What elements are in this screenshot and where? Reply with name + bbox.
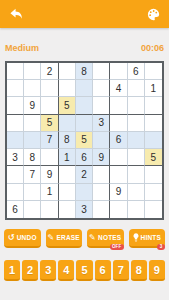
numpad-7-button[interactable]: 7: [113, 260, 129, 281]
top-bar: [0, 0, 169, 28]
timer: 00:06: [141, 43, 164, 53]
cell-r7c8[interactable]: [128, 166, 145, 183]
cell-r4c3[interactable]: 5: [41, 115, 58, 132]
cell-r6c1[interactable]: 3: [7, 149, 24, 166]
cell-r5c3[interactable]: 7: [41, 132, 58, 149]
undo-button[interactable]: ↺UNDO: [4, 229, 41, 248]
cell-r8c5[interactable]: [76, 184, 93, 201]
cell-r2c3[interactable]: [41, 80, 58, 97]
cell-r2c4[interactable]: [59, 80, 76, 97]
cell-r4c7[interactable]: [110, 115, 127, 132]
cell-r1c1[interactable]: [7, 63, 24, 80]
undo-icon: ↺: [8, 234, 15, 242]
numpad-2-button[interactable]: 2: [22, 260, 38, 281]
cell-r5c6[interactable]: [93, 132, 110, 149]
cell-r7c2[interactable]: 7: [24, 166, 41, 183]
cell-r7c5[interactable]: 2: [76, 166, 93, 183]
theme-palette-button[interactable]: [147, 8, 160, 21]
cell-r1c3[interactable]: 2: [41, 63, 58, 80]
number-pad: 123456789: [4, 260, 165, 281]
cell-r4c9[interactable]: [145, 115, 162, 132]
cell-r4c6[interactable]: 3: [93, 115, 110, 132]
cell-r5c7[interactable]: 6: [110, 132, 127, 149]
cell-r3c6[interactable]: [93, 97, 110, 114]
hints-badge: 3: [157, 244, 165, 250]
difficulty-label: Medium: [5, 43, 39, 53]
cell-r6c6[interactable]: 9: [93, 149, 110, 166]
numpad-6-button[interactable]: 6: [95, 260, 111, 281]
back-arrow-icon: [9, 8, 23, 20]
cell-r3c7[interactable]: [110, 97, 127, 114]
cell-r8c2[interactable]: [24, 184, 41, 201]
numpad-8-button[interactable]: 8: [131, 260, 147, 281]
cell-r8c9[interactable]: [145, 184, 162, 201]
cell-r8c3[interactable]: 1: [41, 184, 58, 201]
cell-r7c3[interactable]: 9: [41, 166, 58, 183]
cell-r6c2[interactable]: 8: [24, 149, 41, 166]
cell-r6c8[interactable]: [128, 149, 145, 166]
sudoku-app-screen: Medium 00:06 28641955378563816957921963 …: [0, 0, 169, 300]
cell-r4c2[interactable]: [24, 115, 41, 132]
cell-r2c1[interactable]: [7, 80, 24, 97]
cell-r9c3[interactable]: [41, 201, 58, 218]
cell-r2c5[interactable]: [76, 80, 93, 97]
cell-r8c6[interactable]: [93, 184, 110, 201]
cell-r2c6[interactable]: [93, 80, 110, 97]
cell-r7c1[interactable]: [7, 166, 24, 183]
action-label: UNDO: [17, 234, 37, 241]
cell-r1c2[interactable]: [24, 63, 41, 80]
status-row: Medium 00:06: [5, 41, 164, 54]
numpad-3-button[interactable]: 3: [40, 260, 56, 281]
cell-r8c1[interactable]: [7, 184, 24, 201]
cell-r9c8[interactable]: [128, 201, 145, 218]
cell-r3c9[interactable]: [145, 97, 162, 114]
cell-r1c9[interactable]: [145, 63, 162, 80]
cell-r5c9[interactable]: [145, 132, 162, 149]
cell-r6c7[interactable]: [110, 149, 127, 166]
cell-r9c9[interactable]: [145, 201, 162, 218]
cell-r9c4[interactable]: [59, 201, 76, 218]
cell-r1c4[interactable]: [59, 63, 76, 80]
cell-r6c9[interactable]: 5: [145, 149, 162, 166]
cell-r7c7[interactable]: [110, 166, 127, 183]
cell-r4c4[interactable]: [59, 115, 76, 132]
cell-r9c6[interactable]: [93, 201, 110, 218]
cell-r3c5[interactable]: [76, 97, 93, 114]
cell-r2c7[interactable]: 4: [110, 80, 127, 97]
cell-r1c7[interactable]: [110, 63, 127, 80]
cell-r2c9[interactable]: 1: [145, 80, 162, 97]
cell-r3c8[interactable]: [128, 97, 145, 114]
cell-r8c7[interactable]: 9: [110, 184, 127, 201]
cell-r5c5-selected[interactable]: 5: [76, 132, 93, 149]
cell-r5c1[interactable]: [7, 132, 24, 149]
action-label: HINTS: [141, 234, 162, 241]
cell-r9c2[interactable]: [24, 201, 41, 218]
cell-r1c8[interactable]: 6: [128, 63, 145, 80]
cell-r3c1[interactable]: [7, 97, 24, 114]
cell-r5c4[interactable]: 8: [59, 132, 76, 149]
sudoku-board: 28641955378563816957921963: [5, 61, 164, 220]
cell-r8c4[interactable]: [59, 184, 76, 201]
notes-button[interactable]: ✎NOTESOFF: [87, 229, 124, 248]
cell-r7c4[interactable]: [59, 166, 76, 183]
palette-icon: [147, 8, 160, 21]
cell-r5c2[interactable]: [24, 132, 41, 149]
cell-r9c1[interactable]: 6: [7, 201, 24, 218]
action-bar: ↺UNDO✎ERASE✎NOTESOFFHINTS3: [4, 229, 165, 249]
cell-r4c1[interactable]: [7, 115, 24, 132]
hints-icon: [133, 233, 139, 242]
cell-r2c2[interactable]: [24, 80, 41, 97]
cell-r4c8[interactable]: [128, 115, 145, 132]
cell-r2c8[interactable]: [128, 80, 145, 97]
cell-r3c4[interactable]: 5: [59, 97, 76, 114]
action-label: ERASE: [57, 234, 80, 241]
erase-icon: ✎: [48, 234, 55, 242]
back-button[interactable]: [9, 8, 23, 20]
cell-r5c8[interactable]: [128, 132, 145, 149]
cell-r6c3[interactable]: [41, 149, 58, 166]
cell-r9c7[interactable]: [110, 201, 127, 218]
numpad-5-button[interactable]: 5: [76, 260, 92, 281]
cell-r3c2[interactable]: 9: [24, 97, 41, 114]
cell-r1c6[interactable]: [93, 63, 110, 80]
notes-icon: ✎: [89, 234, 96, 242]
cell-r6c5[interactable]: 6: [76, 149, 93, 166]
notes-badge: OFF: [110, 244, 124, 250]
cell-r4c5[interactable]: [76, 115, 93, 132]
cell-r7c6[interactable]: [93, 166, 110, 183]
cell-r6c4[interactable]: 1: [59, 149, 76, 166]
numpad-1-button[interactable]: 1: [4, 260, 20, 281]
cell-r7c9[interactable]: [145, 166, 162, 183]
erase-button[interactable]: ✎ERASE: [46, 229, 83, 248]
cell-r9c5[interactable]: 3: [76, 201, 93, 218]
action-label: NOTES: [98, 234, 121, 241]
cell-r3c3[interactable]: [41, 97, 58, 114]
numpad-9-button[interactable]: 9: [149, 260, 165, 281]
cell-r1c5[interactable]: 8: [76, 63, 93, 80]
hints-button[interactable]: HINTS3: [129, 229, 166, 248]
numpad-4-button[interactable]: 4: [58, 260, 74, 281]
cell-r8c8[interactable]: [128, 184, 145, 201]
